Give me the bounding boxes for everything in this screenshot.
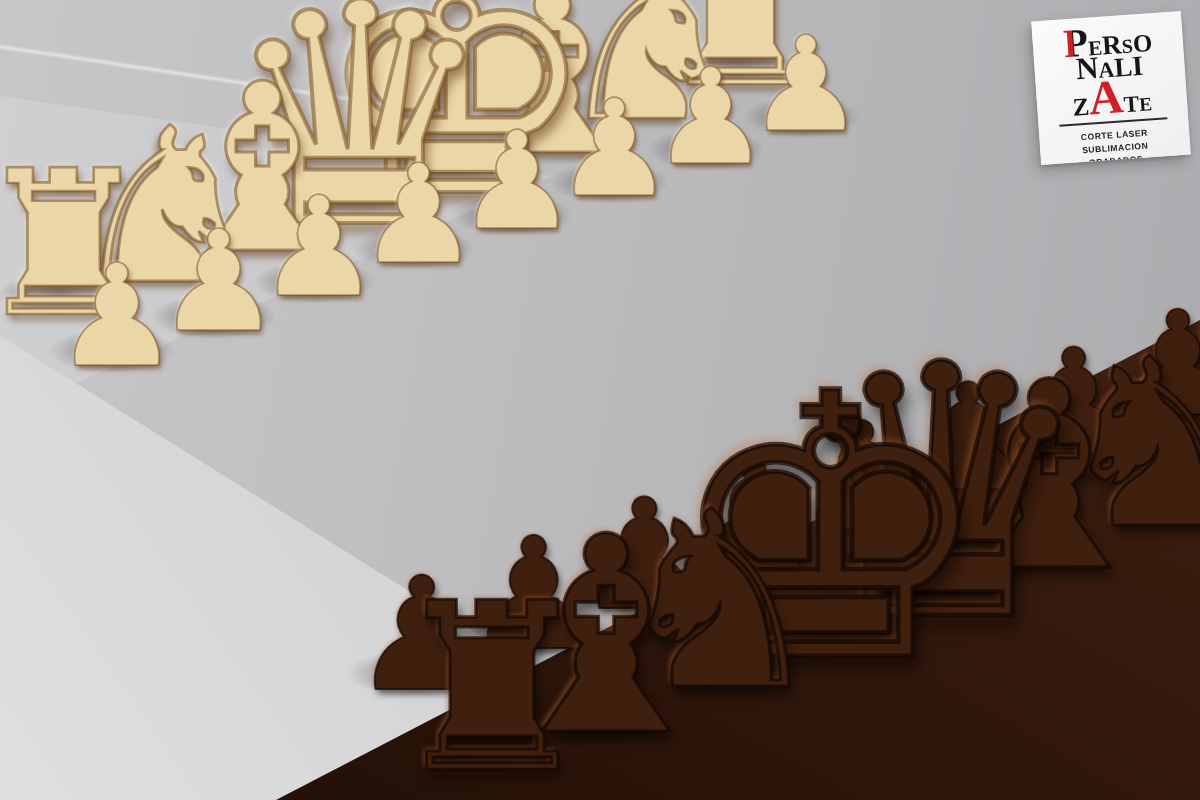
logo-letter: I	[1132, 56, 1144, 77]
logo-card: PERSONALIZATE CORTE LASERSUBLIMACIONGRAB…	[1031, 11, 1191, 165]
logo-brand: PERSONALIZATE	[1032, 21, 1188, 120]
logo-letter: T	[1123, 95, 1139, 113]
logo-letter: E	[1139, 97, 1153, 112]
scene: ♜♝♞♚♛♝♞♜♟♟♟♟♟♟♟♟♟♟♟♟♟♟♟♟♜♞♝♛♚♝♞♜ PERSONA…	[0, 0, 1200, 800]
logo-letter: Z	[1072, 98, 1090, 118]
piece-black-rook-a8[interactable]: ♜	[388, 573, 597, 800]
piece-white-pawn-a2[interactable]: ♟	[54, 246, 181, 387]
logo-letter: A	[1087, 78, 1124, 116]
